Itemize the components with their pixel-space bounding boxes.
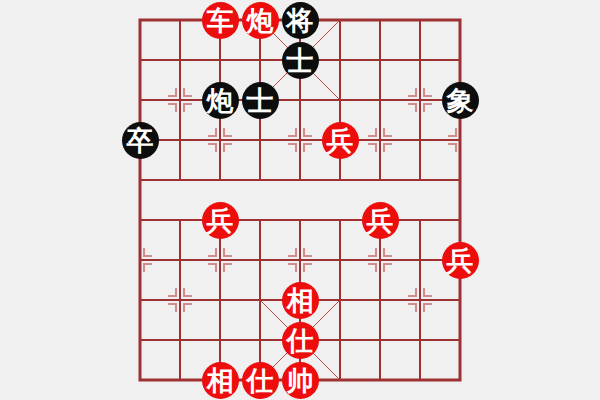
piece-red-soldier-1[interactable]: 兵 — [322, 122, 359, 159]
pieces-layer: 车炮将士炮士象卒兵兵兵兵相仕相仕帅 — [120, 0, 480, 400]
piece-red-soldier-2[interactable]: 兵 — [202, 202, 239, 239]
piece-black-soldier[interactable]: 卒 — [122, 122, 159, 159]
piece-black-advisor-2[interactable]: 士 — [242, 82, 279, 119]
piece-red-cannon[interactable]: 炮 — [242, 2, 279, 39]
piece-black-cannon[interactable]: 炮 — [202, 82, 239, 119]
piece-black-general[interactable]: 将 — [282, 2, 319, 39]
piece-red-elephant-2[interactable]: 相 — [202, 362, 239, 399]
piece-red-advisor-2[interactable]: 仕 — [242, 362, 279, 399]
piece-black-advisor-1[interactable]: 士 — [282, 42, 319, 79]
piece-red-advisor-1[interactable]: 仕 — [282, 322, 319, 359]
piece-red-chariot[interactable]: 车 — [202, 2, 239, 39]
piece-red-soldier-3[interactable]: 兵 — [362, 202, 399, 239]
piece-red-soldier-4[interactable]: 兵 — [442, 242, 479, 279]
piece-red-general[interactable]: 帅 — [282, 362, 319, 399]
xiangqi-board-diagram: 车炮将士炮士象卒兵兵兵兵相仕相仕帅 — [0, 0, 600, 400]
piece-red-elephant-1[interactable]: 相 — [282, 282, 319, 319]
piece-black-elephant[interactable]: 象 — [442, 82, 479, 119]
